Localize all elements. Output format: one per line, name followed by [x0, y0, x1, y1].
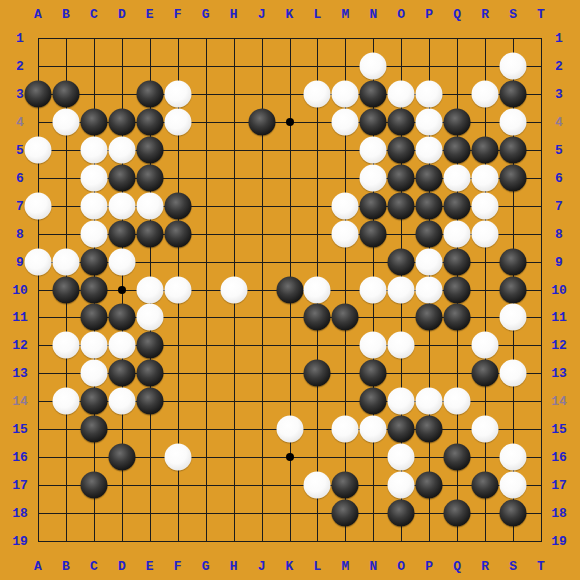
coordinate-label: 15: [12, 422, 28, 437]
grid-hline: [38, 485, 542, 486]
stone-black-P6[interactable]: [416, 164, 443, 191]
stone-black-Q18[interactable]: [444, 500, 471, 527]
coordinate-label: 18: [12, 506, 28, 521]
stone-black-M11[interactable]: [332, 304, 359, 331]
stone-black-D13[interactable]: [108, 360, 135, 387]
stone-white-N15[interactable]: [360, 416, 387, 443]
coordinate-label: P: [425, 7, 433, 22]
coordinate-label: D: [118, 559, 126, 574]
stone-black-O18[interactable]: [388, 500, 415, 527]
stone-white-R6[interactable]: [472, 164, 499, 191]
stone-white-H10[interactable]: [220, 276, 247, 303]
grid-vline: [541, 38, 542, 542]
stone-white-P9[interactable]: [416, 248, 443, 275]
stone-white-S13[interactable]: [500, 360, 527, 387]
coordinate-label: 13: [12, 366, 28, 381]
stone-black-N13[interactable]: [360, 360, 387, 387]
stone-white-O17[interactable]: [388, 472, 415, 499]
coordinate-label: R: [481, 7, 489, 22]
coordinate-label: L: [314, 559, 322, 574]
stone-white-F10[interactable]: [164, 276, 191, 303]
coordinate-label: 16: [12, 450, 28, 465]
stone-black-B3[interactable]: [52, 80, 79, 107]
stone-black-K10[interactable]: [276, 276, 303, 303]
coordinate-label: 17: [12, 478, 28, 493]
stone-white-O16[interactable]: [388, 444, 415, 471]
stone-white-R12[interactable]: [472, 332, 499, 359]
stone-white-P4[interactable]: [416, 108, 443, 135]
stone-black-P11[interactable]: [416, 304, 443, 331]
coordinate-label: K: [286, 559, 294, 574]
stone-black-S5[interactable]: [500, 136, 527, 163]
stone-white-R8[interactable]: [472, 220, 499, 247]
stone-white-D9[interactable]: [108, 248, 135, 275]
coordinate-label: 15: [551, 422, 567, 437]
stone-white-M7[interactable]: [332, 192, 359, 219]
stone-white-D12[interactable]: [108, 332, 135, 359]
coordinate-label: Q: [453, 7, 461, 22]
coordinate-label: C: [90, 559, 98, 574]
stone-white-P14[interactable]: [416, 388, 443, 415]
stone-black-Q4[interactable]: [444, 108, 471, 135]
stone-white-O14[interactable]: [388, 388, 415, 415]
coordinate-label: 11: [551, 310, 567, 325]
stone-black-D4[interactable]: [108, 108, 135, 135]
stone-white-E11[interactable]: [136, 304, 163, 331]
stone-white-P3[interactable]: [416, 80, 443, 107]
coordinate-label: 2: [16, 58, 24, 73]
stone-white-S11[interactable]: [500, 304, 527, 331]
stone-white-R3[interactable]: [472, 80, 499, 107]
stone-black-B10[interactable]: [52, 276, 79, 303]
coordinate-label: 8: [555, 226, 563, 241]
coordinate-label: 8: [16, 226, 24, 241]
stone-black-S9[interactable]: [500, 248, 527, 275]
stone-black-R5[interactable]: [472, 136, 499, 163]
stone-black-S10[interactable]: [500, 276, 527, 303]
coordinate-label: D: [118, 7, 126, 22]
stone-black-N7[interactable]: [360, 192, 387, 219]
stone-black-E6[interactable]: [136, 164, 163, 191]
stone-black-P17[interactable]: [416, 472, 443, 499]
coordinate-label: 4: [555, 114, 563, 129]
stone-white-L17[interactable]: [304, 472, 331, 499]
coordinate-label: 9: [16, 254, 24, 269]
coordinate-label: 3: [16, 86, 24, 101]
coordinate-label: 17: [551, 478, 567, 493]
coordinate-label: N: [369, 7, 377, 22]
stone-black-E5[interactable]: [136, 136, 163, 163]
stone-white-K15[interactable]: [276, 416, 303, 443]
coordinate-label: O: [397, 559, 405, 574]
stone-black-P7[interactable]: [416, 192, 443, 219]
star-point-D10: [118, 286, 126, 294]
stone-white-S4[interactable]: [500, 108, 527, 135]
stone-white-N6[interactable]: [360, 164, 387, 191]
star-point-K16: [286, 453, 294, 461]
stone-black-Q7[interactable]: [444, 192, 471, 219]
coordinate-label: 13: [551, 366, 567, 381]
stone-white-D5[interactable]: [108, 136, 135, 163]
stone-black-D8[interactable]: [108, 220, 135, 247]
stone-black-S18[interactable]: [500, 500, 527, 527]
stone-black-M17[interactable]: [332, 472, 359, 499]
coordinate-label: 3: [555, 86, 563, 101]
coordinate-label: 14: [551, 394, 567, 409]
stone-black-P15[interactable]: [416, 416, 443, 443]
coordinate-label: M: [341, 7, 349, 22]
stone-white-C7[interactable]: [80, 192, 107, 219]
coordinate-label: G: [202, 7, 210, 22]
stone-white-M4[interactable]: [332, 108, 359, 135]
stone-white-O3[interactable]: [388, 80, 415, 107]
coordinate-label: 11: [12, 310, 28, 325]
stone-black-D16[interactable]: [108, 444, 135, 471]
coordinate-label: 14: [12, 394, 28, 409]
coordinate-label: H: [230, 559, 238, 574]
stone-black-L13[interactable]: [304, 360, 331, 387]
stone-white-D14[interactable]: [108, 388, 135, 415]
coordinate-label: S: [509, 559, 517, 574]
coordinate-label: T: [537, 559, 545, 574]
stone-black-Q11[interactable]: [444, 304, 471, 331]
coordinate-label: 10: [551, 282, 567, 297]
stone-white-P5[interactable]: [416, 136, 443, 163]
stone-black-N8[interactable]: [360, 220, 387, 247]
coordinate-label: 5: [555, 142, 563, 157]
stone-white-F4[interactable]: [164, 108, 191, 135]
coordinate-label: F: [174, 559, 182, 574]
stone-white-E7[interactable]: [136, 192, 163, 219]
coordinate-label: 2: [555, 58, 563, 73]
coordinate-label: K: [286, 7, 294, 22]
stone-black-E13[interactable]: [136, 360, 163, 387]
stone-white-M3[interactable]: [332, 80, 359, 107]
stone-white-A7[interactable]: [25, 192, 52, 219]
coordinate-label: 7: [555, 198, 563, 213]
stone-white-C12[interactable]: [80, 332, 107, 359]
stone-white-C6[interactable]: [80, 164, 107, 191]
stone-white-N5[interactable]: [360, 136, 387, 163]
coordinate-label: 19: [12, 534, 28, 549]
stone-black-L11[interactable]: [304, 304, 331, 331]
stone-white-B14[interactable]: [52, 388, 79, 415]
stone-white-B9[interactable]: [52, 248, 79, 275]
coordinate-label: 12: [551, 338, 567, 353]
stone-black-J4[interactable]: [248, 108, 275, 135]
stone-black-N3[interactable]: [360, 80, 387, 107]
stone-black-E4[interactable]: [136, 108, 163, 135]
coordinate-label: A: [34, 559, 42, 574]
stone-white-R7[interactable]: [472, 192, 499, 219]
stone-white-S17[interactable]: [500, 472, 527, 499]
stone-white-L10[interactable]: [304, 276, 331, 303]
coordinate-label: 1: [16, 31, 24, 46]
stone-black-P8[interactable]: [416, 220, 443, 247]
stone-black-Q9[interactable]: [444, 248, 471, 275]
stone-black-O7[interactable]: [388, 192, 415, 219]
coordinate-label: 9: [555, 254, 563, 269]
coordinate-label: 1: [555, 31, 563, 46]
stone-white-N10[interactable]: [360, 276, 387, 303]
stone-white-B4[interactable]: [52, 108, 79, 135]
stone-white-N12[interactable]: [360, 332, 387, 359]
stone-black-D11[interactable]: [108, 304, 135, 331]
stone-black-C11[interactable]: [80, 304, 107, 331]
stone-black-Q5[interactable]: [444, 136, 471, 163]
stone-black-N4[interactable]: [360, 108, 387, 135]
stone-black-O6[interactable]: [388, 164, 415, 191]
coordinate-label: N: [369, 559, 377, 574]
stone-black-C4[interactable]: [80, 108, 107, 135]
stone-white-S16[interactable]: [500, 444, 527, 471]
coordinate-label: 6: [16, 170, 24, 185]
stone-black-E3[interactable]: [136, 80, 163, 107]
coordinate-label: 6: [555, 170, 563, 185]
stone-black-C9[interactable]: [80, 248, 107, 275]
stone-white-R15[interactable]: [472, 416, 499, 443]
coordinate-label: T: [537, 7, 545, 22]
coordinate-label: 10: [12, 282, 28, 297]
stone-black-Q16[interactable]: [444, 444, 471, 471]
star-point-K4: [286, 118, 294, 126]
stone-white-N2[interactable]: [360, 52, 387, 79]
coordinate-label: R: [481, 559, 489, 574]
stone-black-D6[interactable]: [108, 164, 135, 191]
stone-black-O15[interactable]: [388, 416, 415, 443]
stone-black-R17[interactable]: [472, 472, 499, 499]
coordinate-label: G: [202, 559, 210, 574]
stone-white-L3[interactable]: [304, 80, 331, 107]
stone-black-E12[interactable]: [136, 332, 163, 359]
go-board[interactable]: ABCDEFGHJKLMNOPQRST ABCDEFGHJKLMNOPQRST …: [0, 0, 580, 580]
stone-black-F7[interactable]: [164, 192, 191, 219]
coordinate-label: E: [146, 7, 154, 22]
stone-white-E10[interactable]: [136, 276, 163, 303]
coordinate-label: H: [230, 7, 238, 22]
stone-white-F3[interactable]: [164, 80, 191, 107]
stone-white-O10[interactable]: [388, 276, 415, 303]
stone-black-E8[interactable]: [136, 220, 163, 247]
stone-white-C13[interactable]: [80, 360, 107, 387]
stone-white-A9[interactable]: [25, 248, 52, 275]
coordinate-label: L: [314, 7, 322, 22]
stone-white-C5[interactable]: [80, 136, 107, 163]
stone-white-C8[interactable]: [80, 220, 107, 247]
stone-black-R13[interactable]: [472, 360, 499, 387]
coordinate-label: F: [174, 7, 182, 22]
stone-white-D7[interactable]: [108, 192, 135, 219]
stone-black-C17[interactable]: [80, 472, 107, 499]
coordinate-label: A: [34, 7, 42, 22]
stone-black-O9[interactable]: [388, 248, 415, 275]
stone-white-P10[interactable]: [416, 276, 443, 303]
stone-black-M18[interactable]: [332, 500, 359, 527]
stone-black-S6[interactable]: [500, 164, 527, 191]
stone-white-B12[interactable]: [52, 332, 79, 359]
coordinate-label: B: [62, 559, 70, 574]
coordinate-label: C: [90, 7, 98, 22]
stone-black-Q10[interactable]: [444, 276, 471, 303]
stone-black-C10[interactable]: [80, 276, 107, 303]
coordinate-label: Q: [453, 559, 461, 574]
stone-black-N14[interactable]: [360, 388, 387, 415]
stone-black-O4[interactable]: [388, 108, 415, 135]
coordinate-label: 7: [16, 198, 24, 213]
coordinate-label: J: [258, 7, 266, 22]
stone-white-S2[interactable]: [500, 52, 527, 79]
stone-black-C15[interactable]: [80, 416, 107, 443]
grid-hline: [38, 541, 542, 542]
stone-black-S3[interactable]: [500, 80, 527, 107]
coordinate-label: O: [397, 7, 405, 22]
coordinate-label: 19: [551, 534, 567, 549]
coordinate-label: M: [341, 559, 349, 574]
stone-white-M15[interactable]: [332, 416, 359, 443]
stone-white-F16[interactable]: [164, 444, 191, 471]
stone-black-E14[interactable]: [136, 388, 163, 415]
stone-black-F8[interactable]: [164, 220, 191, 247]
stone-white-M8[interactable]: [332, 220, 359, 247]
coordinate-label: B: [62, 7, 70, 22]
coordinate-label: 4: [16, 114, 24, 129]
stone-white-A5[interactable]: [25, 136, 52, 163]
coordinate-label: 5: [16, 142, 24, 157]
stone-black-C14[interactable]: [80, 388, 107, 415]
coordinate-label: S: [509, 7, 517, 22]
stone-white-Q8[interactable]: [444, 220, 471, 247]
coordinate-label: 18: [551, 506, 567, 521]
stone-black-O5[interactable]: [388, 136, 415, 163]
stone-black-A3[interactable]: [25, 80, 52, 107]
stone-white-Q6[interactable]: [444, 164, 471, 191]
coordinate-label: 12: [12, 338, 28, 353]
coordinate-label: 16: [551, 450, 567, 465]
coordinate-label: P: [425, 559, 433, 574]
coordinate-label: J: [258, 559, 266, 574]
grid-vline: [485, 38, 486, 542]
stone-white-O12[interactable]: [388, 332, 415, 359]
stone-white-Q14[interactable]: [444, 388, 471, 415]
coordinate-label: E: [146, 559, 154, 574]
